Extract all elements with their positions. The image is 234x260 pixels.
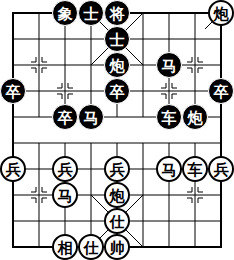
piece-white-horse[interactable]: 马	[52, 182, 78, 208]
piece-black-soldier[interactable]: 卒	[0, 78, 26, 104]
piece-black-advisor[interactable]: 士	[104, 26, 130, 52]
piece-white-elephant[interactable]: 相	[52, 234, 78, 260]
piece-white-horse[interactable]: 马	[156, 156, 182, 182]
piece-white-cannon[interactable]: 炮	[208, 0, 234, 26]
piece-black-soldier[interactable]: 卒	[52, 104, 78, 130]
piece-black-chariot[interactable]: 车	[156, 104, 182, 130]
piece-black-horse[interactable]: 马	[156, 52, 182, 78]
piece-white-chariot[interactable]: 车	[182, 156, 208, 182]
piece-black-cannon[interactable]: 炮	[182, 104, 208, 130]
piece-black-general[interactable]: 将	[104, 0, 130, 26]
piece-white-soldier[interactable]: 兵	[52, 156, 78, 182]
piece-black-soldier[interactable]: 卒	[208, 78, 234, 104]
piece-black-advisor[interactable]: 士	[78, 0, 104, 26]
piece-white-cannon[interactable]: 炮	[104, 182, 130, 208]
piece-white-soldier[interactable]: 兵	[0, 156, 26, 182]
piece-white-general[interactable]: 帅	[104, 234, 130, 260]
piece-white-soldier[interactable]: 兵	[208, 156, 234, 182]
xiangqi-board[interactable]: 象士将士炮马卒卒卒卒马车炮炮兵兵兵马车兵马炮仕相仕帅	[0, 0, 234, 260]
piece-layer: 象士将士炮马卒卒卒卒马车炮炮兵兵兵马车兵马炮仕相仕帅	[0, 0, 234, 260]
piece-white-advisor[interactable]: 仕	[104, 208, 130, 234]
piece-white-advisor[interactable]: 仕	[78, 234, 104, 260]
piece-white-soldier[interactable]: 兵	[104, 156, 130, 182]
piece-black-elephant[interactable]: 象	[52, 0, 78, 26]
piece-black-soldier[interactable]: 卒	[104, 78, 130, 104]
piece-black-horse[interactable]: 马	[78, 104, 104, 130]
piece-black-cannon[interactable]: 炮	[104, 52, 130, 78]
